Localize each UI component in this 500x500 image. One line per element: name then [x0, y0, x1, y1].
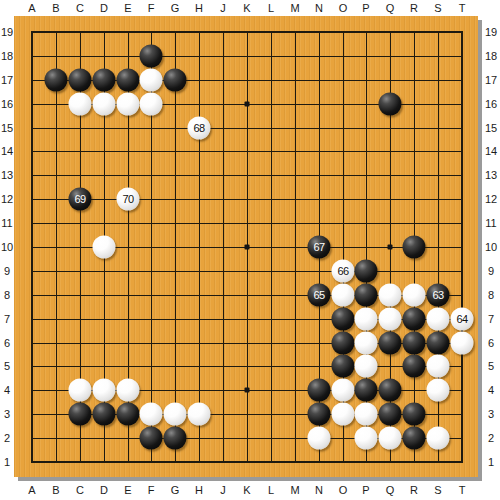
stone-black-P8 [355, 284, 378, 307]
stone-white-E4 [117, 379, 140, 402]
stone-black-C17 [69, 69, 92, 92]
stone-black-N3 [308, 403, 331, 426]
stone-white-D4 [93, 379, 116, 402]
coordinate-label: D [100, 485, 108, 496]
stone-white-H15: 68 [188, 117, 211, 140]
coordinate-label: O [339, 3, 348, 14]
coordinate-label: 15 [485, 123, 497, 134]
stone-black-Q6 [379, 332, 402, 355]
coordinate-label: 6 [488, 338, 494, 349]
coordinate-label: 19 [485, 27, 497, 38]
coordinate-label: J [220, 485, 226, 496]
coordinate-label: 8 [4, 290, 10, 301]
coordinate-label: F [148, 3, 155, 14]
coordinate-label: 1 [4, 457, 10, 468]
coordinate-label: 5 [488, 361, 494, 372]
coordinate-label: B [52, 3, 59, 14]
coordinate-label: B [52, 485, 59, 496]
stone-black-O7 [332, 308, 355, 331]
coordinate-label: 18 [485, 51, 497, 62]
move-number-label: 69 [74, 194, 85, 205]
coordinate-label: S [434, 3, 441, 14]
stone-white-O8 [332, 284, 355, 307]
stone-black-R3 [403, 403, 426, 426]
stone-black-O5 [332, 355, 355, 378]
coordinate-label: L [268, 485, 274, 496]
stone-white-D16 [93, 93, 116, 116]
stone-black-S6 [427, 332, 450, 355]
coordinate-label: 14 [1, 146, 13, 157]
stone-black-F2 [140, 427, 163, 450]
stone-black-P9 [355, 260, 378, 283]
coordinate-label: E [124, 485, 131, 496]
coordinate-label: R [410, 485, 418, 496]
coordinate-label: 11 [1, 218, 12, 229]
coordinate-label: G [171, 485, 180, 496]
move-number-label: 70 [122, 194, 133, 205]
coordinate-label: A [28, 485, 35, 496]
coordinate-label: D [100, 3, 108, 14]
coordinate-label: Q [386, 485, 395, 496]
coordinate-label: H [195, 485, 203, 496]
stone-white-C16 [69, 93, 92, 116]
coordinate-label: 16 [485, 99, 497, 110]
stone-black-B17 [45, 69, 68, 92]
coordinate-label: R [410, 3, 418, 14]
stone-black-N8: 65 [308, 284, 331, 307]
stone-white-Q8 [379, 284, 402, 307]
stone-black-O6 [332, 332, 355, 355]
coordinate-label: 14 [485, 146, 497, 157]
coordinate-label: G [171, 3, 180, 14]
coordinate-label: 13 [1, 170, 13, 181]
stone-white-S5 [427, 355, 450, 378]
coordinate-label: N [315, 3, 323, 14]
stone-white-P5 [355, 355, 378, 378]
coordinate-label: 3 [488, 409, 494, 420]
stone-black-F18 [140, 45, 163, 68]
coordinate-label: N [315, 485, 323, 496]
stone-black-Q16 [379, 93, 402, 116]
stone-black-D17 [93, 69, 116, 92]
stone-black-Q4 [379, 379, 402, 402]
stone-white-S7 [427, 308, 450, 331]
stone-black-R6 [403, 332, 426, 355]
stone-white-H3 [188, 403, 211, 426]
move-number-label: 64 [456, 314, 467, 325]
coordinate-label: M [290, 485, 299, 496]
star-point [245, 102, 250, 107]
stone-white-T7: 64 [451, 308, 474, 331]
coordinate-label: 5 [4, 361, 10, 372]
coordinate-label: 4 [488, 385, 494, 396]
coordinate-label: J [220, 3, 226, 14]
coordinate-label: 3 [4, 409, 10, 420]
coordinate-label: C [76, 3, 84, 14]
coordinate-label: T [459, 485, 466, 496]
stone-white-S2 [427, 427, 450, 450]
stone-white-P2 [355, 427, 378, 450]
stone-black-R10 [403, 236, 426, 259]
coordinate-label: Q [386, 3, 395, 14]
stone-white-P3 [355, 403, 378, 426]
coordinate-label: 6 [4, 338, 10, 349]
stone-black-G2 [164, 427, 187, 450]
star-point [388, 245, 393, 250]
stone-white-N2 [308, 427, 331, 450]
stone-white-R8 [403, 284, 426, 307]
coordinate-label: 7 [488, 314, 494, 325]
coordinate-label: E [124, 3, 131, 14]
move-number-label: 67 [313, 242, 324, 253]
stone-white-F3 [140, 403, 163, 426]
coordinate-label: K [243, 485, 250, 496]
stone-white-E16 [117, 93, 140, 116]
coordinate-label: 9 [4, 266, 10, 277]
coordinate-label: L [268, 3, 274, 14]
stone-white-T6 [451, 332, 474, 355]
coordinate-label: M [290, 3, 299, 14]
move-number-label: 63 [432, 290, 443, 301]
stone-white-P7 [355, 308, 378, 331]
coordinate-label: P [362, 3, 369, 14]
stone-white-P6 [355, 332, 378, 355]
coordinate-label: O [339, 485, 348, 496]
move-number-label: 65 [313, 290, 324, 301]
stone-white-F16 [140, 93, 163, 116]
coordinate-label: 10 [1, 242, 13, 253]
coordinate-label: 15 [1, 123, 13, 134]
coordinate-label: 1 [488, 457, 494, 468]
stone-black-R2 [403, 427, 426, 450]
stone-black-Q3 [379, 403, 402, 426]
stone-black-S8: 63 [427, 284, 450, 307]
coordinate-label: 4 [4, 385, 10, 396]
stone-white-Q2 [379, 427, 402, 450]
coordinate-label: K [243, 3, 250, 14]
coordinate-label: 8 [488, 290, 494, 301]
coordinate-label: 18 [1, 51, 13, 62]
stone-white-F17 [140, 69, 163, 92]
coordinate-label: 12 [1, 194, 13, 205]
stone-white-O9: 66 [332, 260, 355, 283]
stone-black-C3 [69, 403, 92, 426]
coordinate-label: F [148, 485, 155, 496]
stone-black-C12: 69 [69, 188, 92, 211]
stone-black-N10: 67 [308, 236, 331, 259]
stone-black-E3 [117, 403, 140, 426]
stone-white-Q7 [379, 308, 402, 331]
coordinate-label: 7 [4, 314, 10, 325]
coordinate-label: 2 [488, 433, 494, 444]
stone-white-O3 [332, 403, 355, 426]
star-point [245, 388, 250, 393]
stone-black-R5 [403, 355, 426, 378]
coordinate-label: 12 [485, 194, 497, 205]
coordinate-label: C [76, 485, 84, 496]
stone-black-D3 [93, 403, 116, 426]
coordinate-label: T [459, 3, 466, 14]
go-game-screen: ABCDEFGHJKLMNOPQRST ABCDEFGHJKLMNOPQRST … [0, 0, 500, 500]
stone-black-G17 [164, 69, 187, 92]
stone-white-C4 [69, 379, 92, 402]
coordinate-label: 10 [485, 242, 497, 253]
star-point [245, 245, 250, 250]
coordinate-label: P [362, 485, 369, 496]
coordinate-label: S [434, 485, 441, 496]
coordinate-label: H [195, 3, 203, 14]
coordinate-label: 16 [1, 99, 13, 110]
stone-white-S4 [427, 379, 450, 402]
coordinate-label: 19 [1, 27, 13, 38]
stone-black-R7 [403, 308, 426, 331]
stone-black-N4 [308, 379, 331, 402]
stone-black-P4 [355, 379, 378, 402]
coordinate-label: 11 [485, 218, 496, 229]
move-number-label: 68 [193, 123, 204, 134]
stone-white-G3 [164, 403, 187, 426]
move-number-label: 66 [337, 266, 348, 277]
stone-white-E12: 70 [117, 188, 140, 211]
stone-black-E17 [117, 69, 140, 92]
coordinate-label: 2 [4, 433, 10, 444]
coordinate-label: 9 [488, 266, 494, 277]
coordinate-label: A [28, 3, 35, 14]
stone-white-D10 [93, 236, 116, 259]
coordinate-label: 13 [485, 170, 497, 181]
stone-white-O4 [332, 379, 355, 402]
coordinate-label: 17 [485, 75, 497, 86]
coordinate-label: 17 [1, 75, 13, 86]
